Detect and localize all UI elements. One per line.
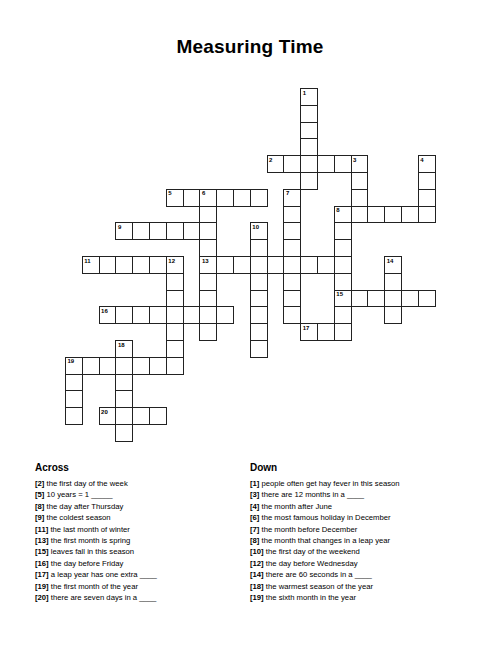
grid-cell bbox=[149, 357, 167, 375]
grid-cell bbox=[418, 172, 436, 190]
clue-number: [4] bbox=[250, 502, 259, 511]
grid-cell bbox=[132, 306, 150, 324]
across-clues-section: Across [2] the first day of the week[5] … bbox=[35, 461, 245, 603]
clue-number: [12] bbox=[250, 559, 264, 568]
clue-item: [18] the warmest season of the year bbox=[250, 581, 495, 592]
grid-cell bbox=[401, 206, 419, 224]
grid-cell bbox=[115, 390, 133, 408]
grid-cell bbox=[250, 323, 268, 341]
cell-number: 18 bbox=[118, 342, 125, 349]
grid-cell bbox=[233, 189, 251, 207]
grid-cell bbox=[233, 256, 251, 274]
grid-cell bbox=[300, 105, 318, 123]
grid-cell bbox=[166, 340, 184, 358]
grid-cell bbox=[334, 306, 352, 324]
grid-cell bbox=[334, 273, 352, 291]
grid-cell bbox=[199, 239, 217, 257]
grid-cell: 15 bbox=[334, 290, 352, 308]
grid-cell: 10 bbox=[250, 222, 268, 240]
grid-cell bbox=[351, 172, 369, 190]
grid-cell bbox=[183, 189, 201, 207]
grid-cell bbox=[65, 374, 83, 392]
clue-number: [16] bbox=[35, 559, 49, 568]
grid-cell bbox=[99, 256, 117, 274]
cell-number: 5 bbox=[168, 190, 171, 197]
clue-number: [15] bbox=[35, 547, 49, 556]
clue-item: [6] the most famous holiday in December bbox=[250, 512, 495, 523]
grid-cell bbox=[166, 357, 184, 375]
down-clues-section: Down [1] people often get hay fever in t… bbox=[250, 461, 495, 603]
clue-item: [3] there are 12 months in a ____ bbox=[250, 489, 495, 500]
grid-cell bbox=[166, 323, 184, 341]
grid-cell bbox=[317, 155, 335, 173]
grid-cell bbox=[300, 155, 318, 173]
grid-cell bbox=[216, 256, 234, 274]
grid-cell: 17 bbox=[300, 323, 318, 341]
clue-item: [7] the month before December bbox=[250, 524, 495, 535]
clue-item: [15] leaves fall in this season bbox=[35, 546, 245, 557]
clue-item: [8] the month that changes in a leap yea… bbox=[250, 535, 495, 546]
grid-cell bbox=[283, 239, 301, 257]
grid-cell bbox=[300, 138, 318, 156]
cell-number: 17 bbox=[303, 325, 310, 332]
grid-cell: 8 bbox=[334, 206, 352, 224]
grid-cell bbox=[115, 424, 133, 442]
grid-cell bbox=[149, 256, 167, 274]
grid-cell bbox=[384, 306, 402, 324]
cell-number: 9 bbox=[118, 224, 121, 231]
crossword-grid: 1234567891011121314151617181920 bbox=[65, 88, 436, 442]
clue-item: [16] the day before Friday bbox=[35, 558, 245, 569]
grid-cell bbox=[65, 407, 83, 425]
clue-item: [19] the sixth month in the year bbox=[250, 592, 495, 603]
clue-item: [13] the first month is spring bbox=[35, 535, 245, 546]
grid-cell bbox=[351, 206, 369, 224]
clue-number: [6] bbox=[250, 513, 259, 522]
grid-cell bbox=[283, 256, 301, 274]
down-header: Down bbox=[250, 461, 495, 475]
clue-item: [10] the first day of the weekend bbox=[250, 546, 495, 557]
cell-number: 3 bbox=[353, 157, 356, 164]
clue-number: [5] bbox=[35, 490, 44, 499]
cell-number: 15 bbox=[336, 291, 343, 298]
grid-cell bbox=[250, 189, 268, 207]
across-header: Across bbox=[35, 461, 245, 475]
grid-cell bbox=[166, 273, 184, 291]
grid-cell: 7 bbox=[283, 189, 301, 207]
grid-cell: 2 bbox=[267, 155, 285, 173]
clue-item: [11] the last month of winter bbox=[35, 524, 245, 535]
cell-number: 12 bbox=[168, 258, 175, 265]
grid-cell bbox=[283, 273, 301, 291]
grid-cell bbox=[401, 290, 419, 308]
grid-cell bbox=[267, 256, 285, 274]
grid-cell bbox=[199, 222, 217, 240]
grid-cell bbox=[418, 206, 436, 224]
cell-number: 13 bbox=[202, 258, 209, 265]
grid-cell bbox=[82, 357, 100, 375]
grid-cell: 18 bbox=[115, 340, 133, 358]
clue-number: [8] bbox=[250, 536, 259, 545]
grid-cell bbox=[250, 273, 268, 291]
grid-cell bbox=[115, 407, 133, 425]
grid-cell bbox=[166, 290, 184, 308]
cell-number: 2 bbox=[269, 157, 272, 164]
cell-number: 10 bbox=[252, 224, 259, 231]
cell-number: 1 bbox=[303, 90, 306, 97]
grid-cell: 1 bbox=[300, 88, 318, 106]
down-clue-list: [1] people often get hay fever in this s… bbox=[250, 478, 495, 603]
cell-number: 16 bbox=[101, 308, 108, 315]
clue-number: [17] bbox=[35, 570, 49, 579]
cell-number: 20 bbox=[101, 409, 108, 416]
grid-cell bbox=[250, 306, 268, 324]
grid-cell bbox=[132, 222, 150, 240]
grid-cell bbox=[183, 222, 201, 240]
grid-cell bbox=[250, 256, 268, 274]
grid-cell: 9 bbox=[115, 222, 133, 240]
clue-item: [8] the day after Thursday bbox=[35, 501, 245, 512]
grid-cell bbox=[216, 189, 234, 207]
clue-number: [2] bbox=[35, 479, 44, 488]
clue-item: [2] the first day of the week bbox=[35, 478, 245, 489]
grid-cell bbox=[283, 306, 301, 324]
grid-cell: 3 bbox=[351, 155, 369, 173]
grid-cell bbox=[115, 357, 133, 375]
grid-cell bbox=[300, 256, 318, 274]
grid-cell: 19 bbox=[65, 357, 83, 375]
clue-number: [10] bbox=[250, 547, 264, 556]
grid-cell bbox=[334, 239, 352, 257]
grid-cell bbox=[115, 374, 133, 392]
grid-cell bbox=[334, 222, 352, 240]
clue-number: [1] bbox=[250, 479, 259, 488]
grid-cell bbox=[149, 306, 167, 324]
grid-cell bbox=[250, 290, 268, 308]
grid-cell: 12 bbox=[166, 256, 184, 274]
grid-cell bbox=[384, 206, 402, 224]
grid-cell bbox=[99, 357, 117, 375]
grid-cell bbox=[132, 357, 150, 375]
across-clue-list: [2] the first day of the week[5] 10 year… bbox=[35, 478, 245, 603]
cell-number: 11 bbox=[84, 258, 90, 265]
grid-cell bbox=[199, 273, 217, 291]
cell-number: 7 bbox=[286, 190, 289, 197]
clue-item: [17] a leap year has one extra ____ bbox=[35, 569, 245, 580]
grid-cell: 20 bbox=[99, 407, 117, 425]
grid-cell bbox=[216, 306, 234, 324]
grid-cell bbox=[283, 290, 301, 308]
grid-cell bbox=[418, 290, 436, 308]
cell-number: 8 bbox=[336, 207, 339, 214]
clue-item: [4] the month after June bbox=[250, 501, 495, 512]
grid-cell bbox=[149, 222, 167, 240]
grid-cell bbox=[384, 290, 402, 308]
grid-cell: 13 bbox=[199, 256, 217, 274]
cell-number: 19 bbox=[68, 358, 75, 365]
clue-item: [5] 10 years = 1 _____ bbox=[35, 489, 245, 500]
grid-cell bbox=[149, 407, 167, 425]
grid-cell: 16 bbox=[99, 306, 117, 324]
grid-cell bbox=[283, 206, 301, 224]
grid-cell bbox=[351, 290, 369, 308]
grid-cell bbox=[283, 222, 301, 240]
clue-number: [3] bbox=[250, 490, 259, 499]
clue-number: [11] bbox=[35, 525, 48, 534]
grid-cell bbox=[317, 256, 335, 274]
cell-number: 14 bbox=[387, 258, 394, 265]
clue-number: [14] bbox=[250, 570, 264, 579]
grid-cell bbox=[199, 290, 217, 308]
grid-cell bbox=[250, 239, 268, 257]
grid-cell: 4 bbox=[418, 155, 436, 173]
grid-cell bbox=[317, 323, 335, 341]
clue-number: [18] bbox=[250, 582, 264, 591]
clue-item: [9] the coldest season bbox=[35, 512, 245, 523]
grid-cell bbox=[367, 206, 385, 224]
grid-cell: 6 bbox=[199, 189, 217, 207]
grid-cell: 11 bbox=[82, 256, 100, 274]
grid-cell bbox=[334, 256, 352, 274]
grid-cell bbox=[334, 155, 352, 173]
grid-cell bbox=[250, 340, 268, 358]
clue-item: [20] there are seven days in a ____ bbox=[35, 592, 245, 603]
clue-item: [1] people often get hay fever in this s… bbox=[250, 478, 495, 489]
grid-cell bbox=[199, 306, 217, 324]
clue-item: [19] the first month of the year bbox=[35, 581, 245, 592]
grid-cell bbox=[115, 306, 133, 324]
clue-number: [8] bbox=[35, 502, 44, 511]
clue-number: [13] bbox=[35, 536, 49, 545]
grid-cell bbox=[283, 155, 301, 173]
grid-cell bbox=[199, 206, 217, 224]
grid-cell: 5 bbox=[166, 189, 184, 207]
grid-cell bbox=[334, 323, 352, 341]
grid-cell bbox=[384, 273, 402, 291]
clue-number: [20] bbox=[35, 593, 49, 602]
grid-cell bbox=[300, 172, 318, 190]
grid-cell bbox=[199, 323, 217, 341]
clue-number: [19] bbox=[250, 593, 264, 602]
grid-cell bbox=[418, 189, 436, 207]
puzzle-title: Measuring Time bbox=[0, 36, 500, 58]
grid-cell bbox=[132, 256, 150, 274]
cell-number: 4 bbox=[420, 157, 423, 164]
clue-number: [19] bbox=[35, 582, 49, 591]
grid-cell bbox=[166, 306, 184, 324]
grid-cell bbox=[300, 122, 318, 140]
grid-cell bbox=[367, 290, 385, 308]
grid-cell bbox=[183, 306, 201, 324]
clue-item: [12] the day before Wednesday bbox=[250, 558, 495, 569]
grid-cell bbox=[166, 222, 184, 240]
grid-cell: 14 bbox=[384, 256, 402, 274]
clue-number: [7] bbox=[250, 525, 259, 534]
cell-number: 6 bbox=[202, 190, 205, 197]
grid-cell bbox=[65, 390, 83, 408]
clue-item: [14] there are 60 seconds in a ____ bbox=[250, 569, 495, 580]
grid-cell bbox=[351, 189, 369, 207]
grid-cell bbox=[132, 407, 150, 425]
grid-cell bbox=[115, 256, 133, 274]
clue-number: [9] bbox=[35, 513, 44, 522]
